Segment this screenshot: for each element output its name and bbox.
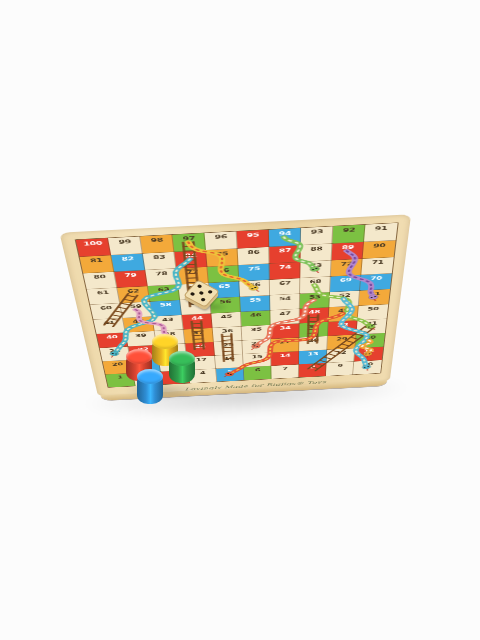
die-pip bbox=[200, 297, 206, 301]
square-46: 46 bbox=[241, 311, 271, 327]
square-96: 96 bbox=[205, 231, 238, 250]
square-52: 52 bbox=[329, 291, 360, 308]
square-75: 75 bbox=[238, 264, 269, 282]
die-pip bbox=[197, 284, 203, 288]
square-89: 89 bbox=[332, 242, 364, 260]
square-41: 41 bbox=[93, 318, 125, 334]
square-69: 69 bbox=[330, 275, 361, 292]
square-5: 5 bbox=[216, 367, 244, 381]
square-79: 79 bbox=[114, 270, 147, 288]
pawn-blue[interactable] bbox=[137, 377, 163, 404]
square-91: 91 bbox=[364, 223, 398, 242]
square-40: 40 bbox=[97, 333, 129, 348]
square-42: 42 bbox=[123, 317, 155, 333]
square-87: 87 bbox=[269, 245, 301, 263]
square-8: 8 bbox=[299, 363, 327, 377]
square-45: 45 bbox=[211, 312, 241, 328]
square-100: 100 bbox=[76, 238, 111, 257]
pawn-shadow bbox=[124, 382, 204, 400]
square-6: 6 bbox=[244, 366, 272, 380]
square-55: 55 bbox=[240, 295, 270, 312]
square-73: 73 bbox=[300, 261, 331, 279]
square-68: 68 bbox=[300, 277, 331, 294]
square-51: 51 bbox=[359, 289, 390, 306]
square-97: 97 bbox=[172, 233, 206, 252]
die-top-face bbox=[183, 279, 220, 307]
square-72: 72 bbox=[331, 259, 363, 277]
square-7: 7 bbox=[271, 365, 299, 379]
square-84: 84 bbox=[174, 250, 207, 268]
board-grid: 1009998979695949392918182838485868788899… bbox=[75, 222, 399, 387]
square-59: 59 bbox=[120, 302, 152, 318]
square-83: 83 bbox=[143, 252, 177, 270]
square-61: 61 bbox=[87, 288, 120, 305]
square-90: 90 bbox=[363, 240, 396, 258]
square-99: 99 bbox=[108, 236, 143, 255]
die-pip bbox=[207, 290, 213, 294]
square-70: 70 bbox=[360, 273, 392, 290]
square-92: 92 bbox=[332, 225, 365, 244]
square-9: 9 bbox=[326, 362, 354, 376]
square-35: 35 bbox=[242, 325, 271, 341]
pawn-green[interactable] bbox=[169, 359, 195, 383]
square-66: 66 bbox=[239, 280, 270, 297]
square-43: 43 bbox=[152, 315, 183, 331]
square-54: 54 bbox=[270, 294, 300, 311]
square-49: 49 bbox=[329, 306, 359, 322]
square-58: 58 bbox=[150, 300, 182, 317]
die[interactable] bbox=[189, 281, 219, 311]
square-50: 50 bbox=[358, 304, 389, 320]
square-94: 94 bbox=[269, 228, 301, 247]
square-36: 36 bbox=[213, 327, 243, 343]
square-62: 62 bbox=[117, 286, 150, 303]
square-71: 71 bbox=[361, 257, 393, 275]
square-95: 95 bbox=[237, 230, 269, 249]
square-78: 78 bbox=[145, 269, 178, 287]
die-pip bbox=[198, 291, 204, 295]
square-10: 10 bbox=[353, 360, 382, 374]
square-34: 34 bbox=[271, 324, 300, 340]
square-93: 93 bbox=[301, 226, 333, 245]
square-53: 53 bbox=[300, 292, 330, 309]
square-48: 48 bbox=[300, 307, 330, 323]
square-80: 80 bbox=[83, 272, 117, 290]
game-board: 1009998979695949392918182838485868788899… bbox=[59, 214, 411, 396]
square-88: 88 bbox=[301, 244, 333, 262]
square-60: 60 bbox=[90, 303, 123, 319]
square-82: 82 bbox=[111, 254, 145, 272]
square-86: 86 bbox=[238, 247, 270, 265]
board-wood-face: 1009998979695949392918182838485868788899… bbox=[59, 214, 411, 396]
square-98: 98 bbox=[140, 235, 174, 254]
square-67: 67 bbox=[270, 278, 300, 295]
square-81: 81 bbox=[80, 255, 115, 273]
square-33: 33 bbox=[299, 322, 328, 338]
square-63: 63 bbox=[148, 285, 180, 302]
square-44: 44 bbox=[182, 314, 213, 330]
die-pip bbox=[190, 292, 196, 296]
square-74: 74 bbox=[269, 262, 300, 280]
photo-scene: 1009998979695949392918182838485868788899… bbox=[0, 0, 480, 640]
square-47: 47 bbox=[270, 309, 299, 325]
square-85: 85 bbox=[206, 249, 238, 267]
square-37: 37 bbox=[184, 328, 214, 344]
